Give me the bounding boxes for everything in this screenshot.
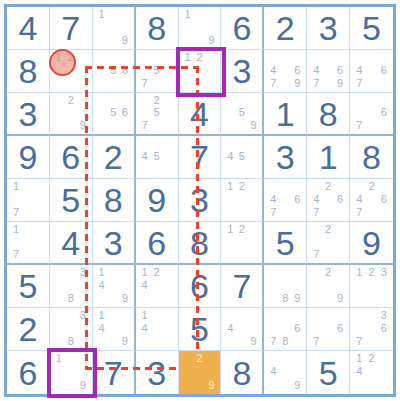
candidate-mark-5: 5 [151, 64, 163, 77]
cell-value: 2 [7, 308, 49, 350]
candidate-mark-1: 1 [10, 223, 22, 236]
candidate-mark-7: 7 [353, 335, 365, 348]
cell-r9c2[interactable]: 19 [50, 351, 93, 394]
cell-r5c1[interactable]: 17 [7, 179, 50, 222]
cell-value: 4 [50, 222, 92, 263]
candidate-mark-4: 4 [267, 365, 279, 378]
cell-r6c9[interactable]: 9 [350, 222, 393, 265]
cell-value: 9 [136, 179, 178, 221]
candidate-grid: 149 [96, 266, 131, 305]
cell-value: 8 [221, 351, 262, 394]
candidate-grid: 12 [182, 51, 218, 90]
candidate-mark-4: 4 [96, 322, 108, 335]
cell-r5c8[interactable]: 2467 [307, 179, 350, 222]
candidate-mark-1: 1 [353, 352, 365, 365]
cell-r4c9[interactable]: 8 [350, 136, 393, 179]
candidate-mark-4: 4 [353, 193, 365, 206]
cell-r3c1[interactable]: 3 [7, 93, 50, 136]
candidate-grid: 124 [139, 266, 175, 305]
cell-r2c8[interactable]: 4679 [307, 50, 350, 93]
cell-r1c2[interactable]: 7 [50, 7, 93, 50]
candidate-mark-4: 4 [224, 150, 236, 163]
cell-value: 3 [307, 7, 349, 49]
cell-r8c1[interactable]: 2 [7, 308, 50, 351]
candidate-mark-6: 6 [334, 322, 346, 335]
candidate-grid: 4679 [267, 51, 303, 90]
candidate-grid: 367 [353, 309, 390, 348]
cell-value: 1 [307, 136, 349, 178]
candidate-grid: 123 [353, 266, 390, 305]
candidate-grid: 19 [182, 8, 218, 47]
cell-r9c8[interactable]: 5 [307, 351, 350, 394]
candidate-mark-4: 4 [224, 322, 236, 335]
candidate-grid: 2467 [353, 180, 390, 219]
candidate-mark-9: 9 [77, 379, 89, 392]
cell-r2c2[interactable]: 12 [50, 50, 93, 93]
candidate-grid: 467 [353, 51, 390, 90]
cell-r7c9[interactable]: 123 [350, 265, 393, 308]
candidate-mark-6: 6 [334, 193, 346, 206]
candidate-grid: 467 [267, 180, 303, 219]
cell-r7c3[interactable]: 149 [93, 265, 136, 308]
candidate-mark-3: 3 [77, 266, 89, 279]
cell-value: 8 [7, 50, 49, 92]
candidate-mark-9: 9 [248, 335, 260, 348]
candidate-mark-5: 5 [151, 107, 163, 120]
candidate-mark-4: 4 [139, 279, 151, 292]
cell-value: 2 [264, 7, 306, 49]
cell-r7c8[interactable]: 29 [307, 265, 350, 308]
cell-r5c7[interactable]: 467 [264, 179, 307, 222]
cell-r8c8[interactable]: 67 [307, 308, 350, 351]
candidate-mark-1: 1 [96, 266, 108, 279]
candidate-mark-6: 6 [378, 64, 390, 77]
candidate-mark-9: 9 [291, 77, 303, 90]
candidate-mark-4: 4 [139, 322, 151, 335]
cell-r1c7[interactable]: 2 [264, 7, 307, 50]
cell-r4c5[interactable]: 7 [179, 136, 222, 179]
candidate-grid: 38 [53, 309, 89, 348]
candidate-mark-1: 1 [139, 309, 151, 322]
candidate-mark-9: 9 [291, 292, 303, 305]
candidate-mark-5: 5 [107, 64, 119, 77]
cell-r9c4[interactable]: 3 [136, 351, 179, 394]
cell-r1c8[interactable]: 3 [307, 7, 350, 50]
cell-value: 6 [7, 351, 49, 394]
candidate-mark-8: 8 [279, 335, 291, 348]
candidate-grid: 67 [310, 309, 346, 348]
candidate-mark-2: 2 [151, 94, 163, 107]
cell-value: 3 [179, 179, 221, 221]
cell-r2c4[interactable]: 57 [136, 50, 179, 93]
candidate-mark-3: 3 [378, 309, 390, 322]
cell-value: 7 [50, 7, 92, 49]
cell-r3c8[interactable]: 8 [307, 93, 350, 136]
candidate-mark-4: 4 [139, 150, 151, 163]
candidate-grid: 14 [139, 309, 175, 348]
cell-r1c6[interactable]: 6 [221, 7, 264, 50]
candidate-mark-7: 7 [310, 248, 322, 261]
candidate-grid: 17 [10, 223, 46, 261]
candidate-mark-1: 1 [53, 352, 65, 365]
cell-value: 8 [179, 222, 221, 263]
cell-r3c5[interactable]: 4 [179, 93, 222, 136]
cell-r7c6[interactable]: 7 [221, 265, 264, 308]
cell-value: 5 [307, 351, 349, 394]
cell-r1c3[interactable]: 19 [93, 7, 136, 50]
candidate-mark-4: 4 [310, 193, 322, 206]
candidate-mark-5: 5 [151, 150, 163, 163]
candidate-mark-1: 1 [10, 180, 22, 193]
cell-r9c7[interactable]: 49 [264, 351, 307, 394]
candidate-grid: 49 [224, 309, 259, 348]
cell-r5c9[interactable]: 2467 [350, 179, 393, 222]
cell-value: 9 [350, 222, 393, 263]
candidate-mark-8: 8 [65, 335, 77, 348]
cell-r4c2[interactable]: 6 [50, 136, 93, 179]
candidate-mark-2: 2 [365, 352, 377, 365]
cell-r2c3[interactable]: 56 [93, 50, 136, 93]
cell-r4c7[interactable]: 3 [264, 136, 307, 179]
candidate-mark-9: 9 [77, 119, 89, 132]
cell-r9c1[interactable]: 6 [7, 351, 50, 394]
candidate-mark-6: 6 [119, 64, 131, 77]
cell-r9c9[interactable]: 124 [350, 351, 393, 394]
candidate-mark-6: 6 [378, 322, 390, 335]
candidate-mark-7: 7 [353, 77, 365, 90]
candidate-grid: 57 [139, 51, 175, 90]
cell-value: 8 [93, 179, 134, 221]
candidate-grid: 17 [10, 180, 46, 219]
cell-r3c9[interactable]: 67 [350, 93, 393, 136]
candidate-mark-7: 7 [10, 206, 22, 219]
cell-r4c8[interactable]: 1 [307, 136, 350, 179]
cell-r6c6[interactable]: 12 [221, 222, 264, 265]
candidate-mark-2: 2 [151, 266, 163, 279]
cell-value: 1 [264, 93, 306, 134]
candidate-mark-2: 2 [236, 180, 248, 193]
candidate-mark-1: 1 [182, 8, 194, 21]
candidate-mark-2: 2 [194, 51, 206, 64]
cell-value: 3 [264, 136, 306, 178]
cell-r4c1[interactable]: 9 [7, 136, 50, 179]
cell-value: 3 [136, 351, 178, 394]
cell-r2c1[interactable]: 8 [7, 50, 50, 93]
cell-r2c5[interactable]: 12 [179, 50, 222, 93]
candidate-mark-5: 5 [107, 107, 119, 120]
sudoku-board: 4719819623581256571234679467946732956257… [4, 4, 396, 397]
candidate-mark-6: 6 [291, 322, 303, 335]
candidate-mark-1: 1 [96, 309, 108, 322]
candidate-mark-9: 9 [119, 292, 131, 305]
cell-r4c6[interactable]: 45 [221, 136, 264, 179]
candidate-mark-9: 9 [334, 292, 346, 305]
candidate-mark-7: 7 [10, 248, 22, 261]
candidate-grid: 29 [310, 266, 346, 305]
cell-r8c5[interactable]: 5 [179, 308, 222, 351]
candidate-mark-9: 9 [248, 119, 260, 132]
candidate-mark-8: 8 [65, 292, 77, 305]
candidate-grid: 12 [224, 223, 259, 261]
cell-r8c9[interactable]: 367 [350, 308, 393, 351]
candidate-mark-1: 1 [224, 223, 236, 236]
candidate-grid: 67 [353, 94, 390, 132]
cell-r4c4[interactable]: 45 [136, 136, 179, 179]
candidate-grid: 38 [53, 266, 89, 305]
cell-value: 8 [350, 136, 393, 178]
cell-r9c6[interactable]: 8 [221, 351, 264, 394]
cell-value: 6 [50, 136, 92, 178]
candidate-mark-3: 3 [378, 266, 390, 279]
candidate-grid: 27 [310, 223, 346, 261]
candidate-mark-7: 7 [139, 77, 151, 90]
candidate-mark-9: 9 [119, 34, 131, 47]
candidate-grid: 257 [139, 94, 175, 132]
candidate-grid: 29 [53, 94, 89, 132]
cell-r2c7[interactable]: 4679 [264, 50, 307, 93]
cell-value: 3 [93, 222, 134, 263]
candidate-mark-7: 7 [267, 335, 279, 348]
candidate-mark-9: 9 [334, 77, 346, 90]
cell-r6c5[interactable]: 8 [179, 222, 222, 265]
cell-r3c2[interactable]: 29 [50, 93, 93, 136]
candidate-mark-9: 9 [205, 34, 217, 47]
candidate-grid: 4679 [310, 51, 346, 90]
candidate-grid: 49 [267, 352, 303, 392]
candidate-grid: 29 [182, 352, 218, 392]
candidate-grid: 56 [96, 51, 131, 90]
candidate-mark-1: 1 [224, 180, 236, 193]
candidate-mark-3: 3 [77, 309, 89, 322]
cell-r8c2[interactable]: 38 [50, 308, 93, 351]
cell-r3c7[interactable]: 1 [264, 93, 307, 136]
cell-r7c4[interactable]: 124 [136, 265, 179, 308]
cell-r6c1[interactable]: 17 [7, 222, 50, 265]
candidate-mark-2: 2 [365, 266, 377, 279]
candidate-mark-1: 1 [139, 266, 151, 279]
cell-r2c9[interactable]: 467 [350, 50, 393, 93]
candidate-grid: 89 [267, 266, 303, 305]
candidate-grid: 45 [224, 137, 259, 176]
candidate-mark-4: 4 [267, 64, 279, 77]
cell-value: 5 [50, 179, 92, 221]
candidate-mark-6: 6 [378, 107, 390, 120]
cell-value: 4 [7, 7, 49, 49]
candidate-grid: 19 [96, 8, 131, 47]
candidate-mark-6: 6 [119, 107, 131, 120]
candidate-mark-9: 9 [119, 335, 131, 348]
candidate-mark-2: 2 [322, 180, 334, 193]
candidate-grid: 45 [139, 137, 175, 176]
cell-r6c7[interactable]: 5 [264, 222, 307, 265]
candidate-mark-7: 7 [139, 119, 151, 132]
cell-value: 8 [136, 7, 178, 49]
cell-r6c4[interactable]: 6 [136, 222, 179, 265]
candidate-mark-2: 2 [65, 94, 77, 107]
cell-r4c3[interactable]: 2 [93, 136, 136, 179]
candidate-mark-1: 1 [96, 8, 108, 21]
cell-r6c8[interactable]: 27 [307, 222, 350, 265]
candidate-mark-6: 6 [334, 64, 346, 77]
cell-r3c6[interactable]: 59 [221, 93, 264, 136]
cell-r7c1[interactable]: 5 [7, 265, 50, 308]
cell-value: 3 [221, 50, 262, 92]
cell-value: 6 [136, 222, 178, 263]
candidate-mark-2: 2 [322, 266, 334, 279]
candidate-mark-7: 7 [310, 206, 322, 219]
cell-value: 5 [264, 222, 306, 263]
cell-r8c4[interactable]: 14 [136, 308, 179, 351]
candidate-mark-1: 1 [53, 51, 65, 64]
cell-r7c7[interactable]: 89 [264, 265, 307, 308]
candidate-grid: 124 [353, 352, 390, 392]
cell-value: 6 [179, 265, 221, 307]
cell-r7c2[interactable]: 38 [50, 265, 93, 308]
cell-value: 6 [221, 7, 262, 49]
candidate-mark-6: 6 [291, 193, 303, 206]
candidate-grid: 2467 [310, 180, 346, 219]
candidate-grid: 59 [224, 94, 259, 132]
candidate-mark-7: 7 [310, 77, 322, 90]
cell-r5c3[interactable]: 8 [93, 179, 136, 222]
candidate-mark-7: 7 [267, 77, 279, 90]
candidate-mark-4: 4 [353, 64, 365, 77]
cell-value: 9 [7, 136, 49, 178]
candidate-grid: 56 [96, 94, 131, 132]
cell-value: 5 [350, 7, 393, 49]
cell-r5c5[interactable]: 3 [179, 179, 222, 222]
cell-r5c6[interactable]: 12 [221, 179, 264, 222]
cell-value: 2 [93, 136, 134, 178]
candidate-grid: 19 [53, 352, 89, 392]
candidate-grid: 12 [224, 180, 259, 219]
cell-value: 7 [93, 351, 134, 394]
cell-value: 5 [179, 308, 221, 350]
cell-r1c1[interactable]: 4 [7, 7, 50, 50]
candidate-mark-4: 4 [267, 193, 279, 206]
candidate-mark-6: 6 [291, 64, 303, 77]
candidate-mark-9: 9 [205, 379, 217, 392]
cell-r1c4[interactable]: 8 [136, 7, 179, 50]
candidate-mark-2: 2 [365, 180, 377, 193]
candidate-mark-4: 4 [96, 279, 108, 292]
candidate-grid: 678 [267, 309, 303, 348]
candidate-mark-1: 1 [182, 51, 194, 64]
candidate-mark-5: 5 [236, 150, 248, 163]
cell-r8c3[interactable]: 149 [93, 308, 136, 351]
candidate-mark-1: 1 [353, 266, 365, 279]
candidate-mark-5: 5 [236, 107, 248, 120]
cell-r2c6[interactable]: 3 [221, 50, 264, 93]
cell-r6c2[interactable]: 4 [50, 222, 93, 265]
cell-r6c3[interactable]: 3 [93, 222, 136, 265]
cell-r5c2[interactable]: 5 [50, 179, 93, 222]
cell-r3c4[interactable]: 257 [136, 93, 179, 136]
cell-value: 8 [307, 93, 349, 134]
cell-r1c5[interactable]: 19 [179, 7, 222, 50]
candidate-mark-6: 6 [378, 193, 390, 206]
candidate-grid: 149 [96, 309, 131, 348]
candidate-mark-2: 2 [322, 223, 334, 236]
cell-value: 7 [221, 265, 262, 307]
candidate-mark-7: 7 [353, 206, 365, 219]
cell-r7c5[interactable]: 6 [179, 265, 222, 308]
candidate-grid: 12 [53, 51, 89, 90]
candidate-mark-2: 2 [194, 352, 206, 365]
cell-r8c7[interactable]: 678 [264, 308, 307, 351]
cell-r9c3[interactable]: 7 [93, 351, 136, 394]
candidate-mark-7: 7 [310, 335, 322, 348]
candidate-mark-4: 4 [353, 365, 365, 378]
cell-value: 3 [7, 93, 49, 134]
cell-r9c5[interactable]: 29 [179, 351, 222, 394]
cell-r5c4[interactable]: 9 [136, 179, 179, 222]
cell-r8c6[interactable]: 49 [221, 308, 264, 351]
cell-value: 7 [179, 136, 221, 178]
candidate-mark-2: 2 [236, 223, 248, 236]
cell-r1c9[interactable]: 5 [350, 7, 393, 50]
candidate-mark-7: 7 [267, 206, 279, 219]
candidate-mark-9: 9 [291, 379, 303, 392]
candidate-mark-2: 2 [65, 51, 77, 64]
cell-r3c3[interactable]: 56 [93, 93, 136, 136]
candidate-mark-8: 8 [279, 292, 291, 305]
candidate-mark-4: 4 [310, 64, 322, 77]
cell-value: 4 [179, 93, 221, 134]
cell-value: 5 [7, 265, 49, 307]
candidate-mark-7: 7 [353, 119, 365, 132]
